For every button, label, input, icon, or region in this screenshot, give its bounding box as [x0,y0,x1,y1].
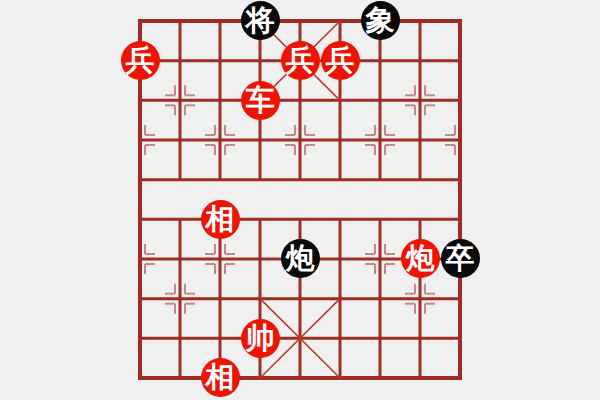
piece-glyph: 炮 [286,244,315,273]
piece-glyph: 相 [206,363,235,392]
piece-red-general[interactable]: 帅 [241,319,280,358]
piece-black-general[interactable]: 将 [241,1,280,40]
piece-glyph: 卒 [446,244,475,273]
piece-red-chariot[interactable]: 车 [241,81,280,120]
piece-red-elephant[interactable]: 相 [201,358,240,397]
piece-red-cannon[interactable]: 炮 [401,239,440,278]
piece-glyph: 将 [246,6,275,35]
piece-glyph: 兵 [326,46,355,75]
piece-glyph: 兵 [126,46,155,75]
piece-glyph: 象 [366,6,395,35]
piece-red-soldier[interactable]: 兵 [321,41,360,80]
piece-red-elephant[interactable]: 相 [201,200,240,239]
piece-glyph: 兵 [286,46,315,75]
piece-glyph: 相 [206,205,235,234]
piece-glyph: 炮 [406,244,435,273]
piece-black-elephant[interactable]: 象 [361,1,400,40]
piece-red-soldier[interactable]: 兵 [121,41,160,80]
piece-black-soldier[interactable]: 卒 [441,239,480,278]
piece-glyph: 车 [246,86,275,115]
xiangqi-board: 将象兵兵兵车相炮炮卒帅相 [0,0,600,400]
piece-black-cannon[interactable]: 炮 [281,239,320,278]
piece-red-soldier[interactable]: 兵 [281,41,320,80]
piece-glyph: 帅 [246,324,275,353]
pieces-layer: 将象兵兵兵车相炮炮卒帅相 [120,1,480,398]
